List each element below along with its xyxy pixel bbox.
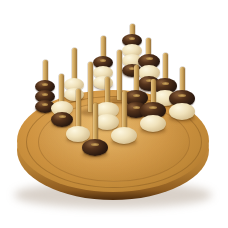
bead-light bbox=[95, 114, 119, 130]
bead-sticker bbox=[59, 115, 66, 118]
bead-light bbox=[64, 88, 84, 101]
bead-sticker bbox=[42, 83, 48, 86]
bead-dark bbox=[51, 112, 73, 127]
bead-light bbox=[140, 115, 166, 132]
bead-sticker bbox=[133, 94, 140, 97]
bead-sticker bbox=[42, 93, 48, 96]
bead-light bbox=[93, 76, 113, 89]
bead-sticker bbox=[129, 37, 135, 40]
bead-sticker bbox=[149, 106, 157, 109]
bead-sticker bbox=[162, 82, 169, 85]
bead-sticker bbox=[42, 103, 48, 106]
bead-light bbox=[111, 127, 137, 144]
scene bbox=[0, 0, 228, 228]
bead-sticker bbox=[100, 59, 106, 62]
bead-dark bbox=[82, 139, 108, 156]
bead-sticker bbox=[178, 94, 186, 97]
bead-light bbox=[169, 103, 195, 120]
bead-sticker bbox=[91, 143, 99, 146]
bead-light bbox=[66, 126, 90, 142]
bead-sticker bbox=[146, 57, 153, 60]
